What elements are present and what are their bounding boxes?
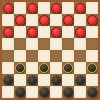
checkers-board [2,2,98,98]
square-c7[interactable] [26,14,38,26]
red-piece[interactable] [3,3,14,14]
black-piece-highlighted[interactable] [39,63,50,74]
square-h6[interactable] [86,26,98,38]
black-piece[interactable] [63,87,74,98]
black-piece[interactable] [15,87,26,98]
square-a8[interactable] [2,2,14,14]
square-c5[interactable] [26,38,38,50]
square-b6[interactable] [14,26,26,38]
red-piece[interactable] [51,3,62,14]
square-d5[interactable] [38,38,50,50]
checkers-board-frame [0,0,100,100]
square-b8[interactable] [14,2,26,14]
square-g5[interactable] [74,38,86,50]
square-g8[interactable] [74,2,86,14]
square-h8[interactable] [86,2,98,14]
square-f5[interactable] [62,38,74,50]
square-g2[interactable] [74,74,86,86]
black-piece[interactable] [3,75,14,86]
square-b5[interactable] [14,38,26,50]
square-c3[interactable] [26,62,38,74]
red-piece[interactable] [51,27,62,38]
red-piece[interactable] [27,3,38,14]
square-b2[interactable] [14,74,26,86]
square-d3[interactable] [38,62,50,74]
black-piece[interactable] [51,75,62,86]
red-piece[interactable] [27,27,38,38]
red-piece[interactable] [15,15,26,26]
square-c6[interactable] [26,26,38,38]
red-piece[interactable] [75,27,86,38]
square-d4[interactable] [38,50,50,62]
square-c4[interactable] [26,50,38,62]
square-f6[interactable] [62,26,74,38]
square-d7[interactable] [38,14,50,26]
square-h3[interactable] [86,62,98,74]
square-f8[interactable] [62,2,74,14]
square-b4[interactable] [14,50,26,62]
square-d8[interactable] [38,2,50,14]
square-c1[interactable] [26,86,38,98]
square-a2[interactable] [2,74,14,86]
square-e4[interactable] [50,50,62,62]
black-piece-highlighted[interactable] [63,63,74,74]
square-g3[interactable] [74,62,86,74]
square-h7[interactable] [86,14,98,26]
square-g6[interactable] [74,26,86,38]
square-e7[interactable] [50,14,62,26]
red-piece[interactable] [3,27,14,38]
square-c2[interactable] [26,74,38,86]
square-e2[interactable] [50,74,62,86]
red-piece[interactable] [39,15,50,26]
square-h1[interactable] [86,86,98,98]
square-a6[interactable] [2,26,14,38]
red-piece[interactable] [87,15,98,26]
square-a1[interactable] [2,86,14,98]
black-piece[interactable] [87,87,98,98]
square-e1[interactable] [50,86,62,98]
square-c8[interactable] [26,2,38,14]
square-f1[interactable] [62,86,74,98]
black-piece[interactable] [27,75,38,86]
square-e8[interactable] [50,2,62,14]
square-d6[interactable] [38,26,50,38]
square-a5[interactable] [2,38,14,50]
red-piece[interactable] [63,15,74,26]
square-a3[interactable] [2,62,14,74]
square-h2[interactable] [86,74,98,86]
square-h5[interactable] [86,38,98,50]
square-d1[interactable] [38,86,50,98]
square-f3[interactable] [62,62,74,74]
square-d2[interactable] [38,74,50,86]
black-piece-highlighted[interactable] [87,63,98,74]
square-a7[interactable] [2,14,14,26]
square-b1[interactable] [14,86,26,98]
square-e6[interactable] [50,26,62,38]
square-f2[interactable] [62,74,74,86]
square-g7[interactable] [74,14,86,26]
black-piece-highlighted[interactable] [15,63,26,74]
square-e5[interactable] [50,38,62,50]
square-b7[interactable] [14,14,26,26]
square-b3[interactable] [14,62,26,74]
black-piece[interactable] [75,75,86,86]
square-g1[interactable] [74,86,86,98]
red-piece[interactable] [75,3,86,14]
square-f4[interactable] [62,50,74,62]
black-piece[interactable] [39,87,50,98]
square-g4[interactable] [74,50,86,62]
square-f7[interactable] [62,14,74,26]
square-e3[interactable] [50,62,62,74]
square-a4[interactable] [2,50,14,62]
square-h4[interactable] [86,50,98,62]
